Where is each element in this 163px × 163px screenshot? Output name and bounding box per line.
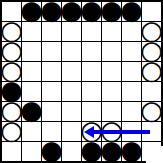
cell-c1[interactable]: ● <box>42 142 61 161</box>
loa-board-diagram: ●●●●●●○○○○○○●○●○○○○●●●● <box>0 0 163 163</box>
loa-board: ●●●●●●○○○○○○●○●○○○○●●●● <box>2 2 161 161</box>
white-stone: ○ <box>140 101 163 120</box>
cell-g6[interactable] <box>122 42 141 61</box>
cell-f6[interactable] <box>102 42 121 61</box>
move-arrow-head-icon <box>84 126 94 138</box>
cell-b6[interactable] <box>22 42 41 61</box>
cell-f4[interactable] <box>102 82 121 101</box>
cell-g3[interactable] <box>122 102 141 121</box>
cell-d6[interactable] <box>62 42 81 61</box>
cell-c5[interactable] <box>42 62 61 81</box>
board-border-left <box>0 0 2 163</box>
cell-c4[interactable] <box>42 82 61 101</box>
move-arrow-shaft <box>93 130 150 134</box>
cell-h3[interactable]: ○ <box>142 102 161 121</box>
cell-d2[interactable] <box>62 122 81 141</box>
cell-b5[interactable] <box>22 62 41 81</box>
cell-d1[interactable] <box>62 142 81 161</box>
cell-c6[interactable] <box>42 42 61 61</box>
cell-f5[interactable] <box>102 62 121 81</box>
cell-c3[interactable] <box>42 102 61 121</box>
black-stone: ● <box>120 141 143 160</box>
board-border-bottom <box>0 161 146 163</box>
board-border-right <box>161 0 163 146</box>
cell-e5[interactable] <box>82 62 101 81</box>
black-stone: ● <box>20 101 43 120</box>
white-stone: ○ <box>140 61 163 80</box>
cell-d3[interactable] <box>62 102 81 121</box>
cell-h5[interactable]: ○ <box>142 62 161 81</box>
cell-g4[interactable] <box>122 82 141 101</box>
cell-g5[interactable] <box>122 62 141 81</box>
cell-e1[interactable]: ● <box>82 142 101 161</box>
cell-b8[interactable]: ● <box>22 2 41 21</box>
cell-e4[interactable] <box>82 82 101 101</box>
board-border-top <box>0 0 163 2</box>
cell-c8[interactable]: ● <box>42 2 61 21</box>
cell-e8[interactable]: ● <box>82 2 101 21</box>
white-stone: ○ <box>0 121 23 140</box>
cell-e6[interactable] <box>82 42 101 61</box>
cell-h1[interactable] <box>142 142 161 161</box>
cell-g1[interactable]: ● <box>122 142 141 161</box>
cell-d8[interactable]: ● <box>62 2 81 21</box>
cell-b1[interactable] <box>22 142 41 161</box>
cell-f1[interactable]: ● <box>102 142 121 161</box>
cell-g8[interactable]: ● <box>122 2 141 21</box>
cell-d4[interactable] <box>62 82 81 101</box>
black-stone: ● <box>40 141 63 160</box>
cell-d5[interactable] <box>62 62 81 81</box>
cell-b3[interactable]: ● <box>22 102 41 121</box>
cell-f8[interactable]: ● <box>102 2 121 21</box>
cell-a2[interactable]: ○ <box>2 122 21 141</box>
